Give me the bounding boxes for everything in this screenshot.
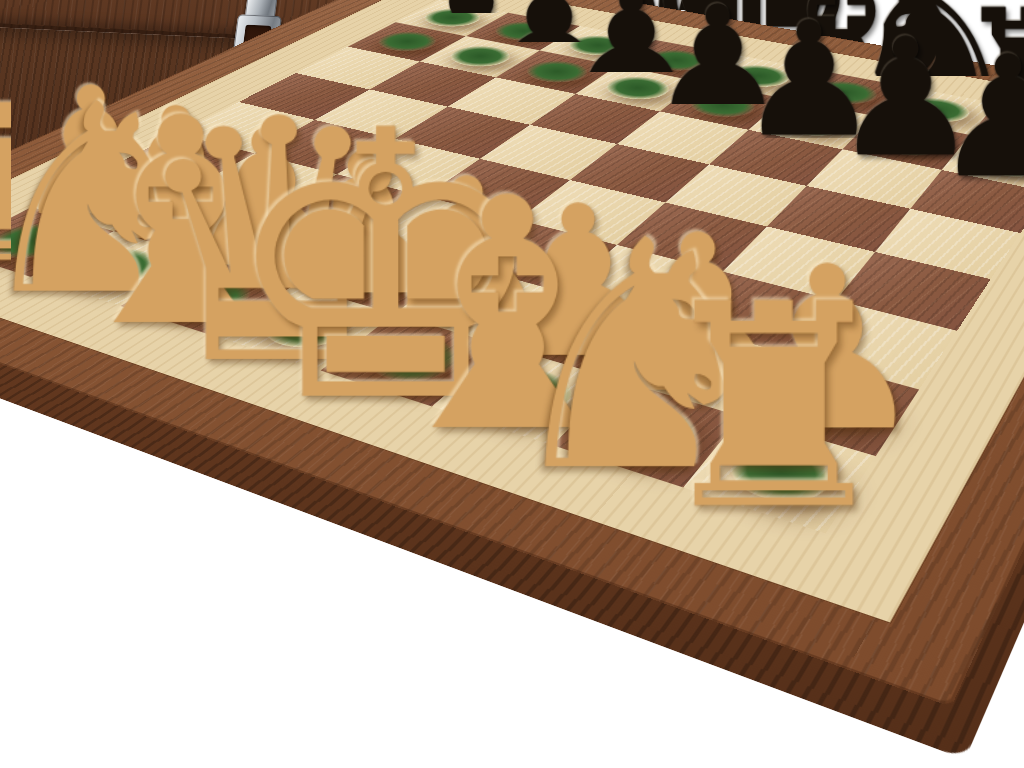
- board-frame: ♜♞♝♛♚♝♞♜♟♟♟♟♟♟♟♟♟♟♟♟♟♟♟♟♜♞♝♛♚♝♞♜: [0, 0, 1024, 707]
- piece-black-pawn-h7: ♟: [933, 34, 1024, 201]
- board-maple-inlay: ♜♞♝♛♚♝♞♜♟♟♟♟♟♟♟♟♟♟♟♟♟♟♟♟♜♞♝♛♚♝♞♜: [0, 0, 1024, 622]
- square-h1: ♜: [683, 417, 875, 534]
- board-perspective-wrapper: ♜♞♝♛♚♝♞♜♟♟♟♟♟♟♟♟♟♟♟♟♟♟♟♟♜♞♝♛♚♝♞♜: [0, 0, 1024, 768]
- product-photo-scene: ♜♞♝♛♚♝♞♜♟♟♟♟♟♟♟♟♟♟♟♟♟♟♟♟♜♞♝♛♚♝♞♜: [0, 0, 1024, 768]
- piece-white-rook-h1: ♜: [648, 267, 900, 548]
- chess-board: ♜♞♝♛♚♝♞♜♟♟♟♟♟♟♟♟♟♟♟♟♟♟♟♟♜♞♝♛♚♝♞♜: [0, 0, 1024, 707]
